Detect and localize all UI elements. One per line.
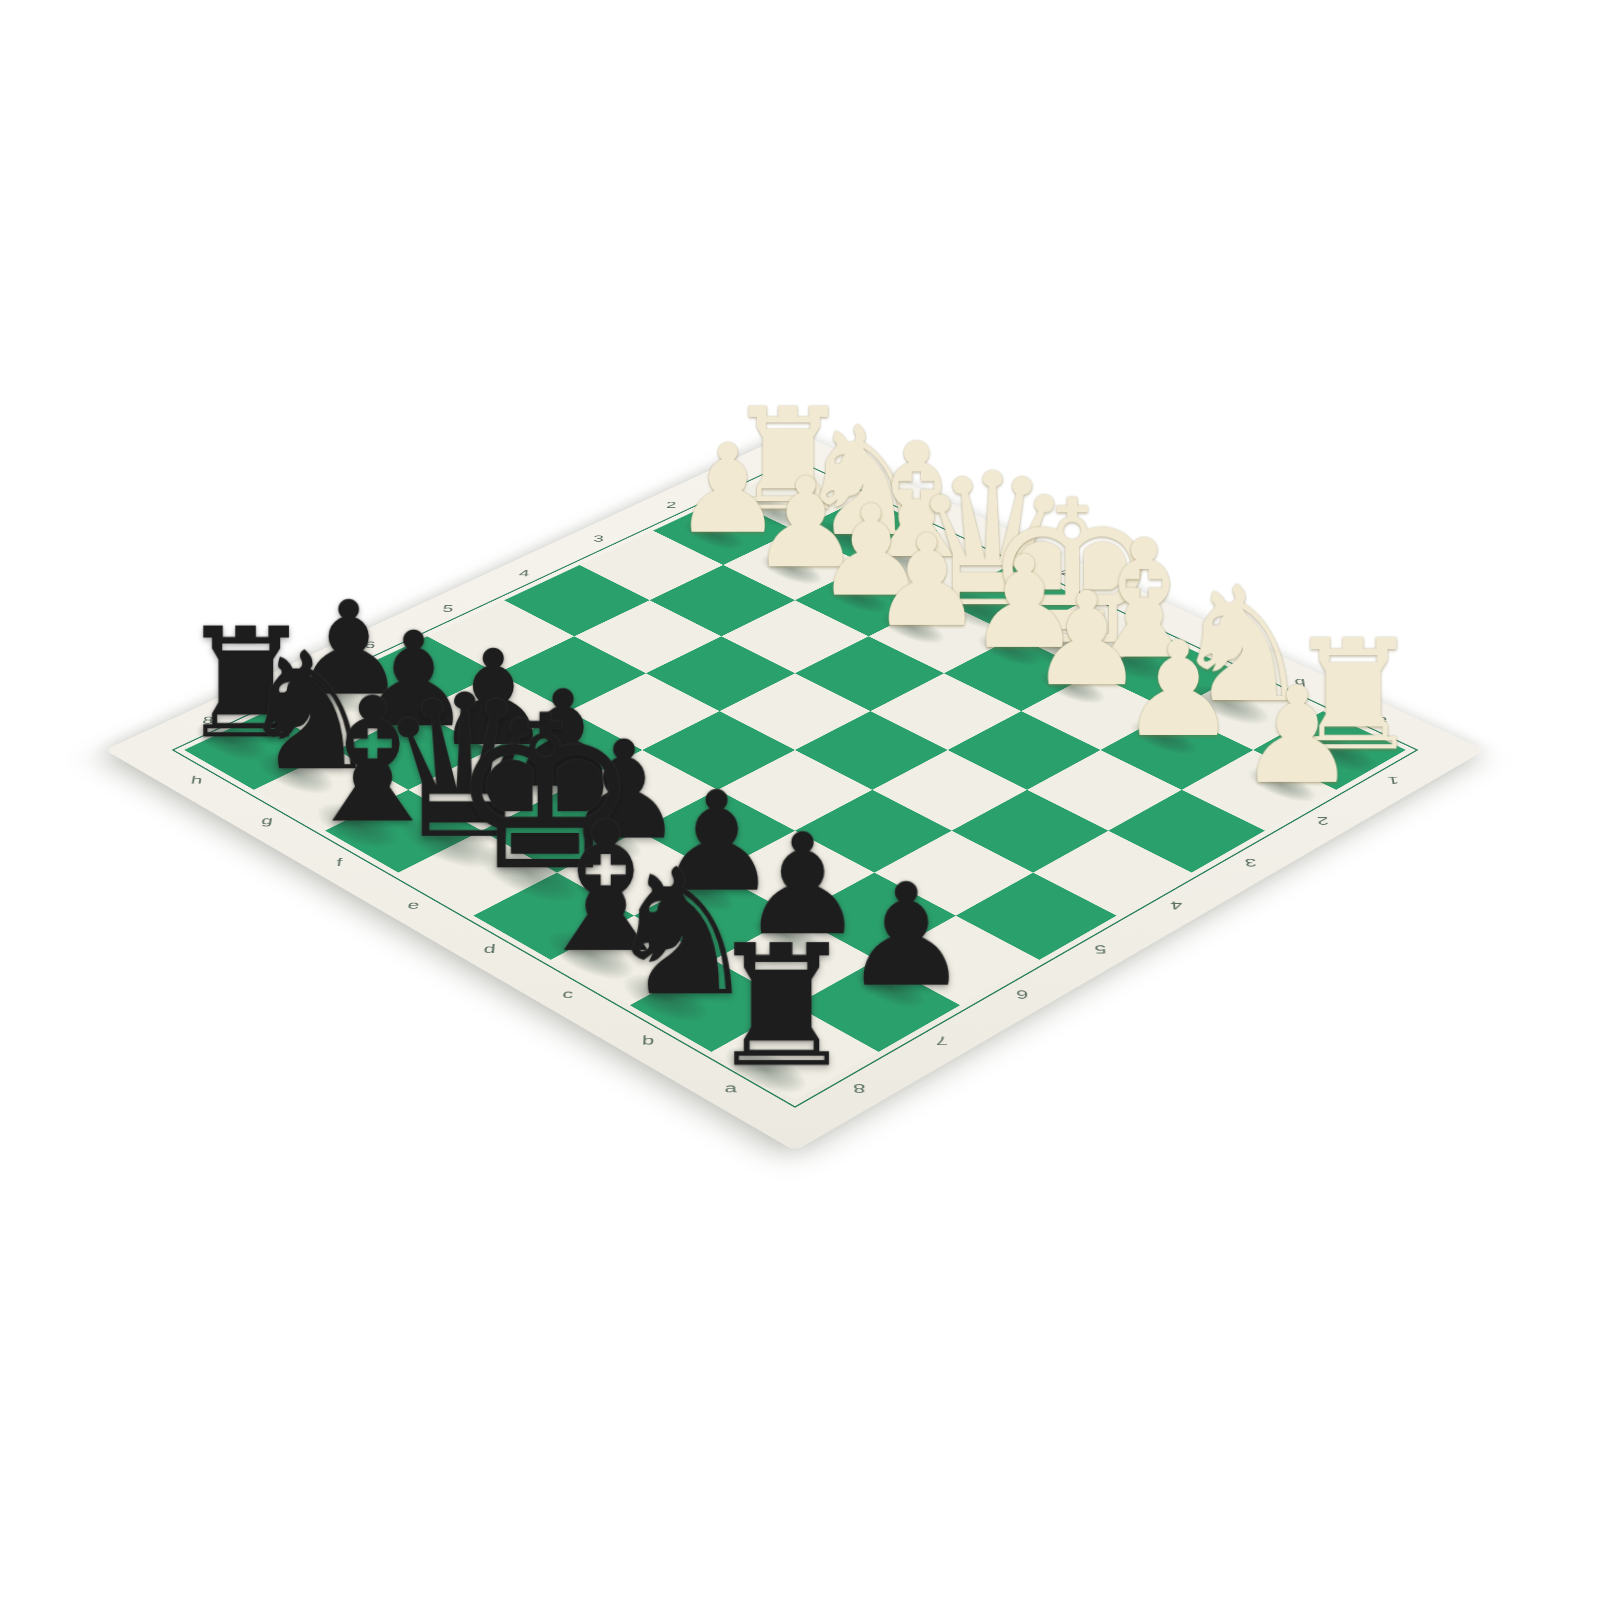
piece-white-p-b2[interactable]: ♟ bbox=[1120, 623, 1238, 755]
file-label-c-near: c bbox=[562, 987, 574, 1001]
file-label-h-near: h bbox=[190, 774, 204, 786]
rank-label-3-far: 3 bbox=[1244, 856, 1257, 869]
file-label-d-near: d bbox=[483, 942, 496, 955]
file-label-b-near: b bbox=[642, 1034, 655, 1048]
rank-label-4-near: 4 bbox=[518, 568, 529, 579]
rank-label-8-far: 8 bbox=[853, 1081, 866, 1096]
file-label-e-near: e bbox=[407, 899, 420, 912]
rank-label-5-far: 5 bbox=[1094, 942, 1107, 955]
rank-label-3-near: 3 bbox=[593, 534, 604, 544]
file-label-f-near: f bbox=[336, 856, 344, 869]
rank-label-2-far: 2 bbox=[1316, 815, 1329, 827]
rank-label-1-far: 1 bbox=[1387, 774, 1401, 786]
rank-label-7-far: 7 bbox=[935, 1034, 948, 1048]
chess-board: 11hh22gg33ff44ee55dd66cc77bb88aa♜♞♝♛♚♝♞♜… bbox=[105, 431, 1485, 1151]
file-label-g-near: g bbox=[260, 815, 273, 827]
rank-label-6-far: 6 bbox=[1016, 987, 1029, 1001]
piece-white-p-a2[interactable]: ♟ bbox=[1237, 668, 1357, 802]
piece-black-r-a8[interactable]: ♜ bbox=[706, 923, 856, 1091]
file-label-a-near: a bbox=[724, 1081, 737, 1096]
rank-label-4-far: 4 bbox=[1170, 899, 1183, 912]
piece-black-p-a7[interactable]: ♟ bbox=[842, 864, 969, 1006]
photo-scene: 11hh22gg33ff44ee55dd66cc77bb88aa♜♞♝♛♚♝♞♜… bbox=[0, 0, 1600, 1600]
